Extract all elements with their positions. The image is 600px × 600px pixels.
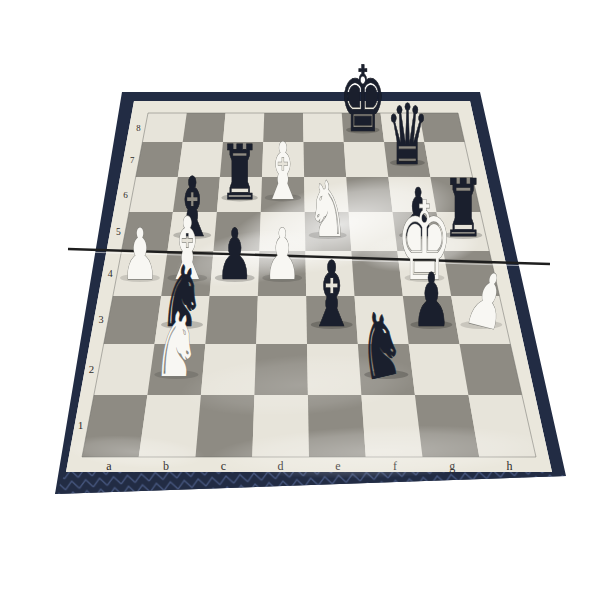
piece-black-pawn-c4: ♟ [216,214,252,296]
chess-set-photo: Folding magnetic chess set photographed … [0,0,600,600]
piece-white-pawn-a4: ♟ [122,214,158,296]
rank-label-4: 4 [108,268,113,279]
square-e8 [303,113,344,142]
piece-white-pawn-d4: ♟ [264,214,300,296]
rank-label-3: 3 [99,314,104,325]
rank-label-8: 8 [136,123,141,133]
rank-label-7: 7 [130,155,135,165]
piece-black-king-f8: ♚ [339,47,386,154]
piece-black-pawn-g3: ♟ [412,257,450,343]
rank-label-5: 5 [116,226,121,237]
rank-label-6: 6 [123,190,128,200]
square-a8 [142,113,186,142]
piece-black-rook-c6: ♜ [220,128,259,217]
square-d3 [256,296,307,344]
square-a2 [94,344,155,395]
piece-white-knight-b2: ♞ [153,294,199,397]
square-c3 [205,296,258,344]
square-g2 [409,344,469,395]
rank-label-2: 2 [89,363,94,375]
rank-label-1: 1 [78,419,84,431]
piece-white-bishop-d6: ♝ [262,125,303,217]
piece-black-bishop-e3: ♝ [308,241,355,346]
folding-chessboard: abcdefgh12345678♚♛♜♝♝♞♟♜♟♝♟♟♚♞♝♟♟♞♞ [0,0,600,600]
piece-black-queen-g7: ♛ [386,85,429,183]
